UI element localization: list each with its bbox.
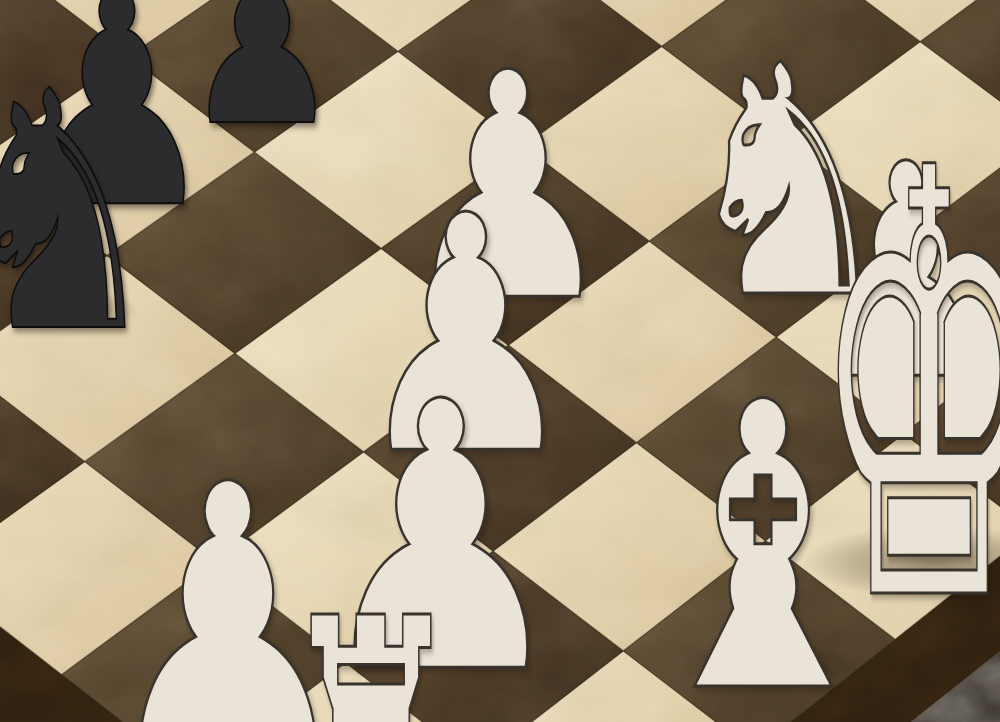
white-bishop[interactable]: ♝	[586, 352, 940, 722]
white-bishop-glyph: ♝	[632, 352, 894, 722]
chess-board-scene: ♞♟♟♟♟♞♟♟♟♜♝♚	[0, 0, 1000, 722]
black-knight-glyph: ♞	[0, 49, 163, 378]
white-rook[interactable]: ♜	[180, 565, 561, 722]
black-knight[interactable]: ♞	[0, 49, 204, 378]
white-rook-glyph: ♜	[276, 565, 467, 722]
